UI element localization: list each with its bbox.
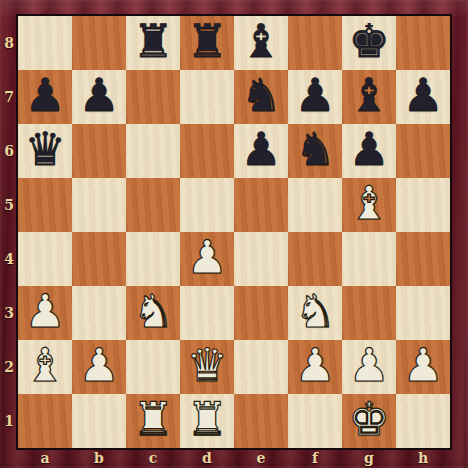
- piece-black-rook[interactable]: ♜: [132, 16, 173, 68]
- square-c5[interactable]: [126, 178, 180, 232]
- piece-black-knight[interactable]: ♞: [294, 124, 335, 176]
- piece-black-pawn[interactable]: ♟: [78, 70, 119, 122]
- square-h2[interactable]: ♟: [396, 340, 450, 394]
- square-c8[interactable]: ♜: [126, 16, 180, 70]
- square-a5[interactable]: [18, 178, 72, 232]
- file-label-g: g: [342, 448, 396, 468]
- piece-black-knight[interactable]: ♞: [240, 70, 281, 122]
- piece-black-bishop[interactable]: ♝: [348, 70, 389, 122]
- file-label-e: e: [234, 448, 288, 468]
- file-label-c: c: [126, 448, 180, 468]
- piece-black-rook[interactable]: ♜: [186, 16, 227, 68]
- rank-label-5: 5: [0, 178, 18, 232]
- square-b3[interactable]: [72, 286, 126, 340]
- rank-labels: 87654321: [0, 16, 18, 448]
- rank-label-4: 4: [0, 232, 18, 286]
- square-d5[interactable]: [180, 178, 234, 232]
- square-g6[interactable]: ♟: [342, 124, 396, 178]
- square-d1[interactable]: ♜: [180, 394, 234, 448]
- square-a4[interactable]: [18, 232, 72, 286]
- square-h8[interactable]: [396, 16, 450, 70]
- piece-white-queen[interactable]: ♛: [186, 340, 227, 392]
- square-b4[interactable]: [72, 232, 126, 286]
- piece-white-king[interactable]: ♚: [348, 394, 389, 446]
- chessboard-frame: 87654321 ♜♜♝♚♟♟♞♟♝♟♛♟♞♟♝♟♟♞♞♝♟♛♟♟♟♜♜♚ ab…: [0, 0, 468, 468]
- piece-black-king[interactable]: ♚: [348, 16, 389, 68]
- square-d6[interactable]: [180, 124, 234, 178]
- square-b7[interactable]: ♟: [72, 70, 126, 124]
- rank-label-6: 6: [0, 124, 18, 178]
- square-g1[interactable]: ♚: [342, 394, 396, 448]
- square-c1[interactable]: ♜: [126, 394, 180, 448]
- rank-label-3: 3: [0, 286, 18, 340]
- square-g7[interactable]: ♝: [342, 70, 396, 124]
- piece-white-rook[interactable]: ♜: [132, 394, 173, 446]
- square-b6[interactable]: [72, 124, 126, 178]
- piece-black-bishop[interactable]: ♝: [240, 16, 281, 68]
- square-b1[interactable]: [72, 394, 126, 448]
- square-c7[interactable]: [126, 70, 180, 124]
- square-g4[interactable]: [342, 232, 396, 286]
- square-d3[interactable]: [180, 286, 234, 340]
- square-c3[interactable]: ♞: [126, 286, 180, 340]
- rank-label-2: 2: [0, 340, 18, 394]
- square-f7[interactable]: ♟: [288, 70, 342, 124]
- piece-black-queen[interactable]: ♛: [24, 124, 65, 176]
- square-a3[interactable]: ♟: [18, 286, 72, 340]
- square-a8[interactable]: [18, 16, 72, 70]
- square-f1[interactable]: [288, 394, 342, 448]
- rank-label-7: 7: [0, 70, 18, 124]
- board: ♜♜♝♚♟♟♞♟♝♟♛♟♞♟♝♟♟♞♞♝♟♛♟♟♟♜♜♚: [18, 16, 450, 448]
- piece-white-pawn[interactable]: ♟: [348, 340, 389, 392]
- square-a7[interactable]: ♟: [18, 70, 72, 124]
- square-f3[interactable]: ♞: [288, 286, 342, 340]
- piece-white-knight[interactable]: ♞: [294, 286, 335, 338]
- square-h1[interactable]: [396, 394, 450, 448]
- piece-white-knight[interactable]: ♞: [132, 286, 173, 338]
- square-a2[interactable]: ♝: [18, 340, 72, 394]
- piece-white-pawn[interactable]: ♟: [78, 340, 119, 392]
- square-e2[interactable]: [234, 340, 288, 394]
- piece-black-pawn[interactable]: ♟: [24, 70, 65, 122]
- square-b5[interactable]: [72, 178, 126, 232]
- square-f4[interactable]: [288, 232, 342, 286]
- file-label-b: b: [72, 448, 126, 468]
- file-label-d: d: [180, 448, 234, 468]
- square-c2[interactable]: [126, 340, 180, 394]
- square-f2[interactable]: ♟: [288, 340, 342, 394]
- square-h6[interactable]: [396, 124, 450, 178]
- square-e3[interactable]: [234, 286, 288, 340]
- square-a1[interactable]: [18, 394, 72, 448]
- piece-white-pawn[interactable]: ♟: [294, 340, 335, 392]
- square-c4[interactable]: [126, 232, 180, 286]
- square-g8[interactable]: ♚: [342, 16, 396, 70]
- square-d8[interactable]: ♜: [180, 16, 234, 70]
- piece-black-pawn[interactable]: ♟: [402, 70, 443, 122]
- square-f5[interactable]: [288, 178, 342, 232]
- piece-black-pawn[interactable]: ♟: [240, 124, 281, 176]
- square-h5[interactable]: [396, 178, 450, 232]
- square-h4[interactable]: [396, 232, 450, 286]
- piece-white-bishop[interactable]: ♝: [24, 340, 65, 392]
- rank-label-8: 8: [0, 16, 18, 70]
- square-h7[interactable]: ♟: [396, 70, 450, 124]
- rank-label-1: 1: [0, 394, 18, 448]
- piece-white-pawn[interactable]: ♟: [186, 232, 227, 284]
- square-g3[interactable]: [342, 286, 396, 340]
- square-e4[interactable]: [234, 232, 288, 286]
- file-label-a: a: [18, 448, 72, 468]
- square-e8[interactable]: ♝: [234, 16, 288, 70]
- square-g5[interactable]: ♝: [342, 178, 396, 232]
- square-e7[interactable]: ♞: [234, 70, 288, 124]
- piece-black-pawn[interactable]: ♟: [348, 124, 389, 176]
- piece-white-rook[interactable]: ♜: [186, 394, 227, 446]
- square-e5[interactable]: [234, 178, 288, 232]
- square-b8[interactable]: [72, 16, 126, 70]
- square-e1[interactable]: [234, 394, 288, 448]
- square-f6[interactable]: ♞: [288, 124, 342, 178]
- square-a6[interactable]: ♛: [18, 124, 72, 178]
- square-d7[interactable]: [180, 70, 234, 124]
- piece-black-pawn[interactable]: ♟: [294, 70, 335, 122]
- square-f8[interactable]: [288, 16, 342, 70]
- file-label-h: h: [396, 448, 450, 468]
- piece-white-bishop[interactable]: ♝: [348, 178, 389, 230]
- square-d4[interactable]: ♟: [180, 232, 234, 286]
- square-h3[interactable]: [396, 286, 450, 340]
- square-e6[interactable]: ♟: [234, 124, 288, 178]
- square-d2[interactable]: ♛: [180, 340, 234, 394]
- file-label-f: f: [288, 448, 342, 468]
- file-labels: abcdefgh: [18, 448, 450, 468]
- piece-white-pawn[interactable]: ♟: [24, 286, 65, 338]
- piece-white-pawn[interactable]: ♟: [402, 340, 443, 392]
- square-g2[interactable]: ♟: [342, 340, 396, 394]
- square-c6[interactable]: [126, 124, 180, 178]
- square-b2[interactable]: ♟: [72, 340, 126, 394]
